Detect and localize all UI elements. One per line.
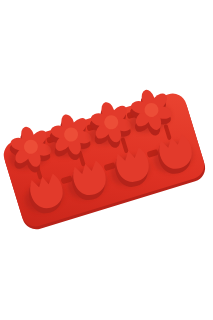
mold-group (0, 80, 209, 233)
mold-illustration (0, 0, 213, 320)
photo-canvas (0, 0, 213, 320)
product-photo (0, 0, 213, 320)
